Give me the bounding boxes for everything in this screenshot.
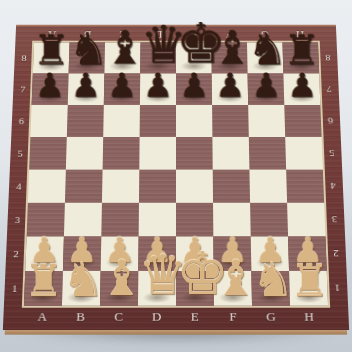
square-f1[interactable]: ♝	[214, 271, 252, 306]
square-g5[interactable]	[249, 137, 286, 170]
square-b4[interactable]	[65, 170, 103, 203]
square-e7[interactable]: ♟	[176, 73, 212, 105]
black-pawn-a7[interactable]: ♟	[32, 69, 68, 102]
black-knight-b8[interactable]: ♞	[69, 27, 105, 71]
file-label-a: A	[23, 305, 62, 329]
square-e5[interactable]	[176, 137, 213, 170]
black-pawn-f7[interactable]: ♟	[212, 69, 248, 102]
board-perspective-wrap: ABCDEFGH ABCDEFGH 87654321 87654321 ♜♞♝♛…	[3, 25, 349, 330]
square-d4[interactable]	[139, 170, 176, 203]
rank-label-right-6: 6	[320, 105, 340, 137]
rank-label-right-1: 1	[327, 271, 348, 306]
square-e4[interactable]	[176, 170, 213, 203]
square-e6[interactable]	[176, 105, 212, 137]
square-b5[interactable]	[66, 137, 103, 170]
file-label-b: B	[61, 305, 100, 329]
square-g1[interactable]: ♞	[251, 271, 290, 306]
black-pawn-b7[interactable]: ♟	[68, 69, 104, 102]
rank-label-right-5: 5	[322, 137, 343, 170]
square-g4[interactable]	[249, 170, 287, 203]
square-h4[interactable]	[286, 170, 324, 203]
black-rook-a8[interactable]: ♜	[33, 30, 69, 71]
rank-label-left-4: 4	[8, 170, 29, 203]
square-b6[interactable]	[67, 105, 104, 137]
square-f5[interactable]	[212, 137, 249, 170]
square-h6[interactable]	[284, 105, 321, 137]
file-label-d: D	[138, 305, 176, 329]
board-grid: ♜♞♝♛♚♝♞♜♟♟♟♟♟♟♟♟♟♟♟♟♟♟♟♟♜♞♝♛♚♝♞♜	[24, 42, 328, 305]
file-labels-bottom: ABCDEFGH	[23, 305, 329, 329]
white-king-e1[interactable]: ♚	[176, 244, 214, 303]
square-g6[interactable]	[248, 105, 285, 137]
square-c4[interactable]	[102, 170, 139, 203]
square-h5[interactable]	[285, 137, 323, 170]
white-knight-g1[interactable]: ♞	[252, 256, 290, 303]
black-rook-h8[interactable]: ♜	[283, 30, 319, 71]
square-f4[interactable]	[213, 170, 250, 203]
square-d7[interactable]: ♟	[140, 73, 176, 105]
photo-scene: ABCDEFGH ABCDEFGH 87654321 87654321 ♜♞♝♛…	[0, 0, 352, 352]
square-c7[interactable]: ♟	[104, 73, 140, 105]
rank-label-left-6: 6	[11, 105, 31, 137]
rank-label-left-7: 7	[13, 73, 33, 105]
rank-label-right-4: 4	[323, 170, 344, 203]
white-bishop-f1[interactable]: ♝	[214, 254, 252, 303]
black-bishop-c8[interactable]: ♝	[104, 25, 140, 71]
square-c6[interactable]	[103, 105, 140, 137]
square-e1[interactable]: ♚	[176, 271, 214, 306]
rank-label-right-3: 3	[324, 203, 345, 237]
white-rook-h1[interactable]: ♜	[290, 259, 328, 303]
file-label-g: G	[252, 305, 291, 329]
black-queen-d8[interactable]: ♛	[140, 19, 176, 71]
white-knight-b1[interactable]: ♞	[62, 256, 100, 303]
square-f6[interactable]	[212, 105, 249, 137]
black-pawn-e7[interactable]: ♟	[176, 69, 212, 102]
chess-board: ABCDEFGH ABCDEFGH 87654321 87654321 ♜♞♝♛…	[3, 25, 349, 330]
white-rook-a1[interactable]: ♜	[24, 259, 62, 303]
file-label-e: E	[176, 305, 214, 329]
square-d6[interactable]	[140, 105, 176, 137]
square-g7[interactable]: ♟	[248, 73, 285, 105]
rank-label-left-3: 3	[7, 203, 28, 237]
file-label-h: H	[290, 305, 329, 329]
square-b7[interactable]: ♟	[68, 73, 105, 105]
square-a4[interactable]	[28, 170, 66, 203]
square-d1[interactable]: ♛	[138, 271, 176, 306]
square-a6[interactable]	[30, 105, 67, 137]
square-d5[interactable]	[139, 137, 176, 170]
square-c5[interactable]	[103, 137, 140, 170]
square-c1[interactable]: ♝	[100, 271, 138, 306]
square-a1[interactable]: ♜	[24, 271, 63, 306]
black-pawn-h7[interactable]: ♟	[284, 69, 320, 102]
square-a5[interactable]	[29, 137, 67, 170]
square-a7[interactable]: ♟	[32, 73, 69, 105]
rank-label-right-7: 7	[319, 73, 339, 105]
file-label-f: F	[214, 305, 252, 329]
white-queen-d1[interactable]: ♛	[138, 248, 176, 303]
black-pawn-d7[interactable]: ♟	[140, 69, 176, 102]
black-pawn-c7[interactable]: ♟	[104, 69, 140, 102]
file-label-c: C	[100, 305, 138, 329]
rank-label-right-8: 8	[318, 42, 338, 73]
square-h1[interactable]: ♜	[289, 271, 328, 306]
black-pawn-g7[interactable]: ♟	[248, 69, 284, 102]
black-knight-g8[interactable]: ♞	[248, 27, 284, 71]
white-bishop-c1[interactable]: ♝	[100, 254, 138, 303]
square-f7[interactable]: ♟	[212, 73, 248, 105]
black-king-e8[interactable]: ♚	[176, 15, 212, 71]
square-b1[interactable]: ♞	[62, 271, 101, 306]
black-bishop-f8[interactable]: ♝	[212, 25, 248, 71]
square-h7[interactable]: ♟	[283, 73, 320, 105]
rank-label-left-1: 1	[4, 271, 25, 306]
rank-label-left-5: 5	[10, 137, 31, 170]
